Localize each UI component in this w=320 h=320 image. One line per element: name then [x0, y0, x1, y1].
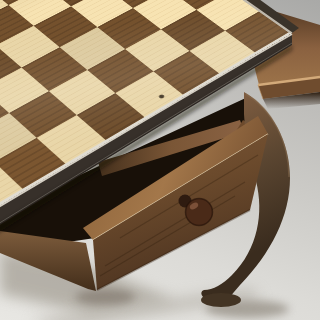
chess-table-photo	[0, 0, 320, 320]
leg-foot-pad	[201, 293, 241, 307]
shadow-drawer-corner	[75, 289, 135, 305]
